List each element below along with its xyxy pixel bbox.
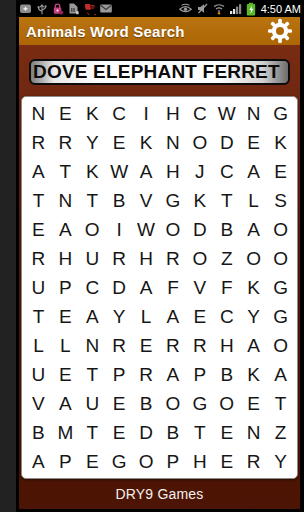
grid-cell[interactable]: R [106,244,133,273]
grid-cell[interactable]: A [79,302,106,331]
grid-cell[interactable]: F [213,273,240,302]
grid-cell[interactable]: R [106,331,133,360]
grid-cell[interactable]: P [52,273,79,302]
grid-cell[interactable]: E [240,128,267,157]
grid-cell[interactable]: W [133,215,160,244]
grid-cell[interactable]: M [52,418,79,447]
grid-cell[interactable]: B [133,389,160,418]
grid-cell[interactable]: C [106,99,133,128]
grid-cell[interactable]: Y [79,128,106,157]
grid-cell[interactable]: E [52,99,79,128]
grid-cell[interactable]: R [186,331,213,360]
grid-cell[interactable]: E [25,215,52,244]
grid-cell[interactable]: D [133,418,160,447]
grid-cell[interactable]: H [133,244,160,273]
grid-cell[interactable]: O [267,215,294,244]
grid-cell[interactable]: K [267,128,294,157]
grid-cell[interactable]: E [52,360,79,389]
grid-cell[interactable]: I [133,99,160,128]
grid-cell[interactable]: U [25,273,52,302]
grid-cell[interactable]: D [213,128,240,157]
grid-cell[interactable]: P [159,447,186,476]
grid-cell[interactable]: O [267,244,294,273]
grid-cell[interactable]: T [213,186,240,215]
grid-cell[interactable]: B [106,186,133,215]
footer: DRY9 Games [19,479,300,509]
wifi-calling-icon [82,2,96,15]
grid-cell[interactable]: A [25,447,52,476]
grid-cell[interactable]: H [159,157,186,186]
grid-cell[interactable]: K [240,360,267,389]
grid-cell[interactable]: Y [240,302,267,331]
grid-cell[interactable]: L [25,331,52,360]
grid-cell[interactable]: O [79,215,106,244]
grid-cell[interactable]: D [106,273,133,302]
signal-icon [229,2,243,15]
grid-cell[interactable]: O [213,389,240,418]
grid-cell[interactable]: V [25,389,52,418]
grid-cell[interactable]: O [267,331,294,360]
grid-cell[interactable]: O [186,128,213,157]
grid-cell[interactable]: E [267,157,294,186]
grid-cell[interactable]: V [186,273,213,302]
grid-cell[interactable]: E [79,447,106,476]
grid-cell[interactable]: A [52,215,79,244]
grid-cell[interactable]: K [79,157,106,186]
grid-cell[interactable]: E [213,447,240,476]
grid-cell[interactable]: H [159,99,186,128]
grid-cell[interactable]: A [52,389,79,418]
grid-cell[interactable]: N [79,331,106,360]
grid-cell[interactable]: N [159,128,186,157]
grid-cell[interactable]: G [186,389,213,418]
app-frame: Animals Word Search [16,17,304,512]
grid-cell[interactable]: G [267,273,294,302]
gear-icon [267,18,293,44]
grid-cell[interactable]: R [240,447,267,476]
title-bar: Animals Word Search [19,17,300,45]
word-list-text: DOVE ELEPHANT FERRET [31,61,280,83]
grid-cell[interactable]: O [159,215,186,244]
grid-cell[interactable]: K [79,99,106,128]
grid-cell[interactable]: B [159,418,186,447]
grid-cell[interactable]: A [240,157,267,186]
grid-cell[interactable]: G [159,186,186,215]
grid-cell[interactable]: T [267,389,294,418]
grid-cell[interactable]: E [213,418,240,447]
letter-grid: NEKCIHCWNGRRYEKNODEKATKWAHJCAETNTBVGKTLS… [21,96,298,479]
mute-icon [196,2,209,15]
grid-cell[interactable]: K [133,128,160,157]
grid-cell[interactable]: K [186,186,213,215]
battery-charging-icon [246,2,256,16]
grid-cell[interactable]: N [52,186,79,215]
grid-cell[interactable]: C [79,273,106,302]
sim-card-icon [67,2,79,15]
grid-cell[interactable]: J [186,157,213,186]
grid-cell[interactable]: L [133,302,160,331]
grid-cell[interactable]: Y [267,447,294,476]
grid-cell[interactable]: G [267,99,294,128]
grid-cell[interactable]: R [133,360,160,389]
grid-cell[interactable]: E [52,302,79,331]
grid-cell[interactable]: U [79,244,106,273]
grid-cell[interactable]: F [159,273,186,302]
grid-cell[interactable]: P [52,447,79,476]
grid-cell[interactable]: A [25,157,52,186]
screen-lock-icon [51,2,64,15]
grid-cell[interactable]: R [159,244,186,273]
grid-cell[interactable]: G [267,302,294,331]
grid-cell[interactable]: A [159,302,186,331]
grid-cell[interactable]: B [213,360,240,389]
grid-cell[interactable]: H [52,244,79,273]
grid-cell[interactable]: P [106,360,133,389]
grid-cell[interactable]: A [133,273,160,302]
grid-cell[interactable]: B [213,215,240,244]
grid-cell[interactable]: A [240,215,267,244]
grid-cell[interactable]: W [213,99,240,128]
grid-cell[interactable]: H [213,331,240,360]
grid-cell[interactable]: A [159,360,186,389]
grid-cell[interactable]: W [106,157,133,186]
eye-icon [178,2,193,15]
grid-cell[interactable]: E [106,128,133,157]
status-time: 4:50 AM [261,3,301,15]
grid-cell[interactable]: N [240,418,267,447]
grid-cell[interactable]: G [106,447,133,476]
grid-cell[interactable]: Z [267,418,294,447]
add-tag-icon [19,2,33,15]
grid-cell[interactable]: K [240,273,267,302]
grid-cell[interactable]: P [186,360,213,389]
grid-cell[interactable]: I [106,215,133,244]
grid-cell[interactable]: E [106,418,133,447]
grid-cell[interactable]: O [186,244,213,273]
grid-cell[interactable]: O [240,244,267,273]
usb-icon [36,2,48,15]
grid-cell[interactable]: A [240,331,267,360]
grid-cell[interactable]: A [267,360,294,389]
grid-cell[interactable]: V [133,186,160,215]
grid-cell[interactable]: N [240,99,267,128]
grid-cell[interactable]: T [79,418,106,447]
grid-cell[interactable]: E [133,331,160,360]
grid-cell[interactable]: E [106,389,133,418]
grid-cell[interactable]: E [186,302,213,331]
grid-cell[interactable]: B [25,418,52,447]
grid-cell[interactable]: T [25,302,52,331]
grid-cell[interactable]: R [25,128,52,157]
grid-cell[interactable]: C [213,157,240,186]
grid-cell[interactable]: T [79,186,106,215]
grid-cell[interactable]: Y [106,302,133,331]
grid-cell[interactable]: L [240,186,267,215]
settings-button[interactable] [266,17,294,45]
grid-cell[interactable]: Z [213,244,240,273]
grid-cell[interactable]: E [240,389,267,418]
grid-cell[interactable]: T [25,186,52,215]
grid-cell[interactable]: T [79,360,106,389]
footer-label: DRY9 Games [115,486,203,502]
grid-cell[interactable]: O [133,447,160,476]
screen: 4:50 AM Animals Word Search [16,0,304,512]
grid-cell[interactable]: T [52,157,79,186]
grid-cell[interactable]: R [159,331,186,360]
grid-cell[interactable]: C [186,99,213,128]
grid-cell[interactable]: S [267,186,294,215]
grid-cell[interactable]: N [25,99,52,128]
grid-cell[interactable]: T [186,418,213,447]
wifi-icon [212,2,226,15]
grid-cell[interactable]: D [186,215,213,244]
grid-cell[interactable]: O [159,389,186,418]
app-title: Animals Word Search [26,23,266,40]
grid-cell[interactable]: H [186,447,213,476]
status-bar: 4:50 AM [16,0,304,17]
grid-cell[interactable]: R [25,244,52,273]
grid-cell[interactable]: C [213,302,240,331]
grid-cell[interactable]: U [79,389,106,418]
word-list-bar: DOVE ELEPHANT FERRET [29,59,290,85]
grid-cell[interactable]: A [133,157,160,186]
email-icon [99,2,113,15]
grid-cell[interactable]: L [52,331,79,360]
grid-cell[interactable]: R [52,128,79,157]
grid-cell[interactable]: U [25,360,52,389]
